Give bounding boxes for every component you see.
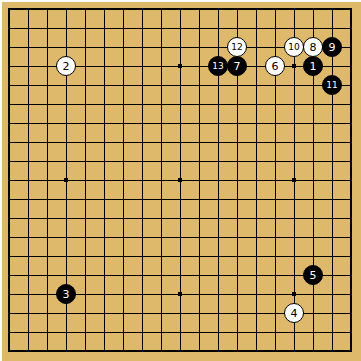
- stone-black-R16: 1: [303, 56, 323, 76]
- stone-white-P16: 6: [265, 56, 285, 76]
- star-point: [178, 64, 182, 68]
- stone-black-S15: 11: [322, 75, 342, 95]
- move-number: 2: [63, 61, 70, 72]
- stone-white-R17: 8: [303, 37, 323, 57]
- move-number: 7: [234, 61, 241, 72]
- move-number: 3: [63, 289, 70, 300]
- stone-black-R5: 5: [303, 265, 323, 285]
- move-number: 6: [272, 61, 279, 72]
- star-point: [178, 292, 182, 296]
- stone-black-D4: 3: [56, 284, 76, 304]
- star-point: [178, 178, 182, 182]
- star-point: [292, 292, 296, 296]
- white-margin-left: [0, 0, 2, 361]
- go-diagram: 12345678910111213: [0, 0, 361, 361]
- move-number: 12: [231, 43, 242, 52]
- stone-black-N16: 7: [227, 56, 247, 76]
- stone-white-D16: 2: [56, 56, 76, 76]
- move-number: 4: [291, 308, 298, 319]
- move-number: 9: [329, 42, 336, 53]
- white-margin-top: [0, 0, 361, 2]
- stone-white-N17: 12: [227, 37, 247, 57]
- move-number: 13: [212, 62, 223, 71]
- star-point: [64, 178, 68, 182]
- move-number: 10: [288, 43, 299, 52]
- move-number: 5: [310, 270, 317, 281]
- stone-white-Q17: 10: [284, 37, 304, 57]
- star-point: [292, 64, 296, 68]
- go-board[interactable]: 12345678910111213: [0, 0, 361, 361]
- stone-white-Q3: 4: [284, 303, 304, 323]
- stone-black-M16: 13: [208, 56, 228, 76]
- move-number: 1: [310, 61, 317, 72]
- move-number: 8: [310, 42, 317, 53]
- move-number: 11: [326, 81, 337, 90]
- star-point: [292, 178, 296, 182]
- stone-black-S17: 9: [322, 37, 342, 57]
